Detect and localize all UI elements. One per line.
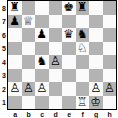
square-f4[interactable] [76,55,90,69]
square-g2[interactable]: ♙ [89,82,103,96]
square-d8[interactable] [49,1,63,15]
square-b4[interactable] [22,55,36,69]
black-knight-piece: ♞ [77,28,88,42]
square-a4[interactable] [8,55,22,69]
square-h6[interactable] [103,28,117,42]
square-b8[interactable] [22,1,36,15]
square-g8[interactable] [89,1,103,15]
square-g3[interactable] [89,69,103,83]
rank-label-6: 6 [0,29,6,43]
square-g4[interactable] [89,55,103,69]
square-a7[interactable]: ♟ [8,15,22,29]
white-pawn-piece: ♙ [104,82,115,96]
square-a6[interactable] [8,28,22,42]
square-a3[interactable] [8,69,22,83]
square-e8[interactable]: ♚ [62,1,76,15]
square-g6[interactable] [89,28,103,42]
square-d2[interactable] [49,82,63,96]
square-a2[interactable]: ♙ [8,82,22,96]
black-knight-piece: ♞ [36,55,47,69]
file-label-c: c [36,111,50,118]
square-f2[interactable] [76,82,90,96]
square-e5[interactable] [62,42,76,56]
white-pawn-piece: ♙ [90,82,101,96]
square-d3[interactable] [49,69,63,83]
square-d7[interactable] [49,15,63,29]
rank-label-4: 4 [0,56,6,70]
file-label-b: b [22,111,36,118]
chess-diagram: ♜♚♜♟♕♟♛♞♘♞♙♙♙♙♙♙♖♔ 87654321 abcdefgh [0,0,118,118]
square-d6[interactable] [49,28,63,42]
square-h2[interactable]: ♙ [103,82,117,96]
black-rook-piece: ♜ [77,1,88,15]
square-e1[interactable] [62,96,76,110]
square-b2[interactable]: ♙ [22,82,36,96]
square-g1[interactable]: ♔ [89,96,103,110]
square-c5[interactable] [35,42,49,56]
square-f5[interactable]: ♘ [76,42,90,56]
file-label-g: g [90,111,104,118]
rank-label-5: 5 [0,42,6,56]
white-pawn-piece: ♙ [36,82,47,96]
white-rook-piece: ♖ [77,96,88,110]
square-h8[interactable] [103,1,117,15]
square-f7[interactable] [76,15,90,29]
square-a5[interactable] [8,42,22,56]
square-c2[interactable]: ♙ [35,82,49,96]
file-label-f: f [76,111,90,118]
square-e7[interactable] [62,15,76,29]
white-king-piece: ♔ [90,96,101,110]
square-e6[interactable]: ♛ [62,28,76,42]
file-label-e: e [63,111,77,118]
square-c3[interactable] [35,69,49,83]
square-e2[interactable] [62,82,76,96]
file-label-d: d [49,111,63,118]
rank-label-1: 1 [0,96,6,110]
black-pawn-piece: ♟ [9,15,20,29]
rank-label-3: 3 [0,69,6,83]
square-h1[interactable] [103,96,117,110]
rank-label-7: 7 [0,15,6,29]
square-g5[interactable] [89,42,103,56]
rank-label-2: 2 [0,83,6,97]
square-d4[interactable]: ♙ [49,55,63,69]
square-a8[interactable]: ♜ [8,1,22,15]
square-d1[interactable] [49,96,63,110]
square-b5[interactable] [22,42,36,56]
square-d5[interactable] [49,42,63,56]
square-e3[interactable] [62,69,76,83]
rank-label-8: 8 [0,2,6,16]
square-c7[interactable] [35,15,49,29]
square-b6[interactable] [22,28,36,42]
square-b3[interactable] [22,69,36,83]
square-b7[interactable]: ♕ [22,15,36,29]
square-h3[interactable] [103,69,117,83]
white-knight-piece: ♘ [77,42,88,56]
square-c1[interactable] [35,96,49,110]
square-e4[interactable] [62,55,76,69]
black-rook-piece: ♜ [9,1,20,15]
square-h4[interactable] [103,55,117,69]
square-f8[interactable]: ♜ [76,1,90,15]
square-h7[interactable] [103,15,117,29]
square-f6[interactable]: ♞ [76,28,90,42]
square-c4[interactable]: ♞ [35,55,49,69]
square-c6[interactable]: ♟ [35,28,49,42]
file-label-h: h [103,111,117,118]
white-queen-piece: ♕ [23,15,34,29]
black-queen-piece: ♛ [63,28,74,42]
square-f1[interactable]: ♖ [76,96,90,110]
square-c8[interactable] [35,1,49,15]
black-pawn-piece: ♟ [36,28,47,42]
black-king-piece: ♚ [63,1,74,15]
square-a1[interactable] [8,96,22,110]
square-b1[interactable] [22,96,36,110]
white-pawn-piece: ♙ [50,55,61,69]
file-label-a: a [9,111,23,118]
square-f3[interactable] [76,69,90,83]
chess-board: ♜♚♜♟♕♟♛♞♘♞♙♙♙♙♙♙♖♔ [7,0,117,110]
white-pawn-piece: ♙ [23,82,34,96]
white-pawn-piece: ♙ [9,82,20,96]
square-h5[interactable] [103,42,117,56]
square-g7[interactable] [89,15,103,29]
